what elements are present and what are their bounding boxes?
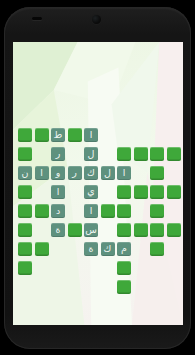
hidden-tile[interactable] — [35, 204, 49, 218]
hidden-tile[interactable] — [18, 261, 32, 275]
hidden-tile[interactable] — [68, 223, 82, 237]
hidden-tile[interactable] — [167, 185, 181, 199]
hidden-tile[interactable] — [18, 147, 32, 161]
letter-tile[interactable]: س — [84, 223, 98, 237]
hidden-tile[interactable] — [18, 223, 32, 237]
hidden-tile[interactable] — [35, 128, 49, 142]
letter-tile[interactable]: ا — [84, 128, 98, 142]
letter-tile[interactable]: ا — [117, 166, 131, 180]
letter-tile[interactable]: ة — [51, 223, 65, 237]
letter-tile[interactable]: ا — [84, 204, 98, 218]
letter-tile[interactable]: د — [51, 204, 65, 218]
letter-tile[interactable]: ل — [101, 166, 115, 180]
hidden-tile[interactable] — [117, 223, 131, 237]
hidden-tile[interactable] — [150, 204, 164, 218]
earpiece-speaker — [32, 17, 42, 20]
hidden-tile[interactable] — [134, 147, 148, 161]
letter-tile[interactable]: ر — [51, 147, 65, 161]
letter-tile[interactable]: ك — [84, 166, 98, 180]
hidden-tile[interactable] — [117, 261, 131, 275]
app-screen: طارلناوركلاايداةسةكم — [13, 42, 183, 325]
crossword-board: طارلناوركلاايداةسةكم — [18, 128, 181, 294]
hidden-tile[interactable] — [150, 147, 164, 161]
hidden-tile[interactable] — [134, 223, 148, 237]
letter-tile[interactable]: ا — [51, 185, 65, 199]
hidden-tile[interactable] — [150, 242, 164, 256]
hidden-tile[interactable] — [68, 128, 82, 142]
hidden-tile[interactable] — [117, 185, 131, 199]
hidden-tile[interactable] — [134, 185, 148, 199]
hidden-tile[interactable] — [150, 223, 164, 237]
letter-tile[interactable]: ة — [84, 242, 98, 256]
letter-tile[interactable]: ن — [18, 166, 32, 180]
letter-tile[interactable]: ك — [101, 242, 115, 256]
hidden-tile[interactable] — [150, 185, 164, 199]
letter-tile[interactable]: م — [117, 242, 131, 256]
phone-frame: طارلناوركلاايداةسةكم — [4, 7, 191, 349]
front-camera-icon — [92, 15, 101, 24]
hidden-tile[interactable] — [117, 280, 131, 294]
hidden-tile[interactable] — [18, 204, 32, 218]
hidden-tile[interactable] — [117, 147, 131, 161]
hidden-tile[interactable] — [150, 166, 164, 180]
hidden-tile[interactable] — [18, 128, 32, 142]
hidden-tile[interactable] — [167, 147, 181, 161]
letter-tile[interactable]: ط — [51, 128, 65, 142]
hidden-tile[interactable] — [18, 185, 32, 199]
letter-tile[interactable]: ا — [35, 166, 49, 180]
hidden-tile[interactable] — [167, 223, 181, 237]
hidden-tile[interactable] — [117, 204, 131, 218]
letter-tile[interactable]: ي — [84, 185, 98, 199]
hidden-tile[interactable] — [101, 204, 115, 218]
hidden-tile[interactable] — [18, 242, 32, 256]
screenshot-canvas: طارلناوركلاايداةسةكم — [0, 0, 195, 355]
letter-tile[interactable]: ر — [68, 166, 82, 180]
hidden-tile[interactable] — [35, 242, 49, 256]
letter-tile[interactable]: و — [51, 166, 65, 180]
letter-tile[interactable]: ل — [84, 147, 98, 161]
